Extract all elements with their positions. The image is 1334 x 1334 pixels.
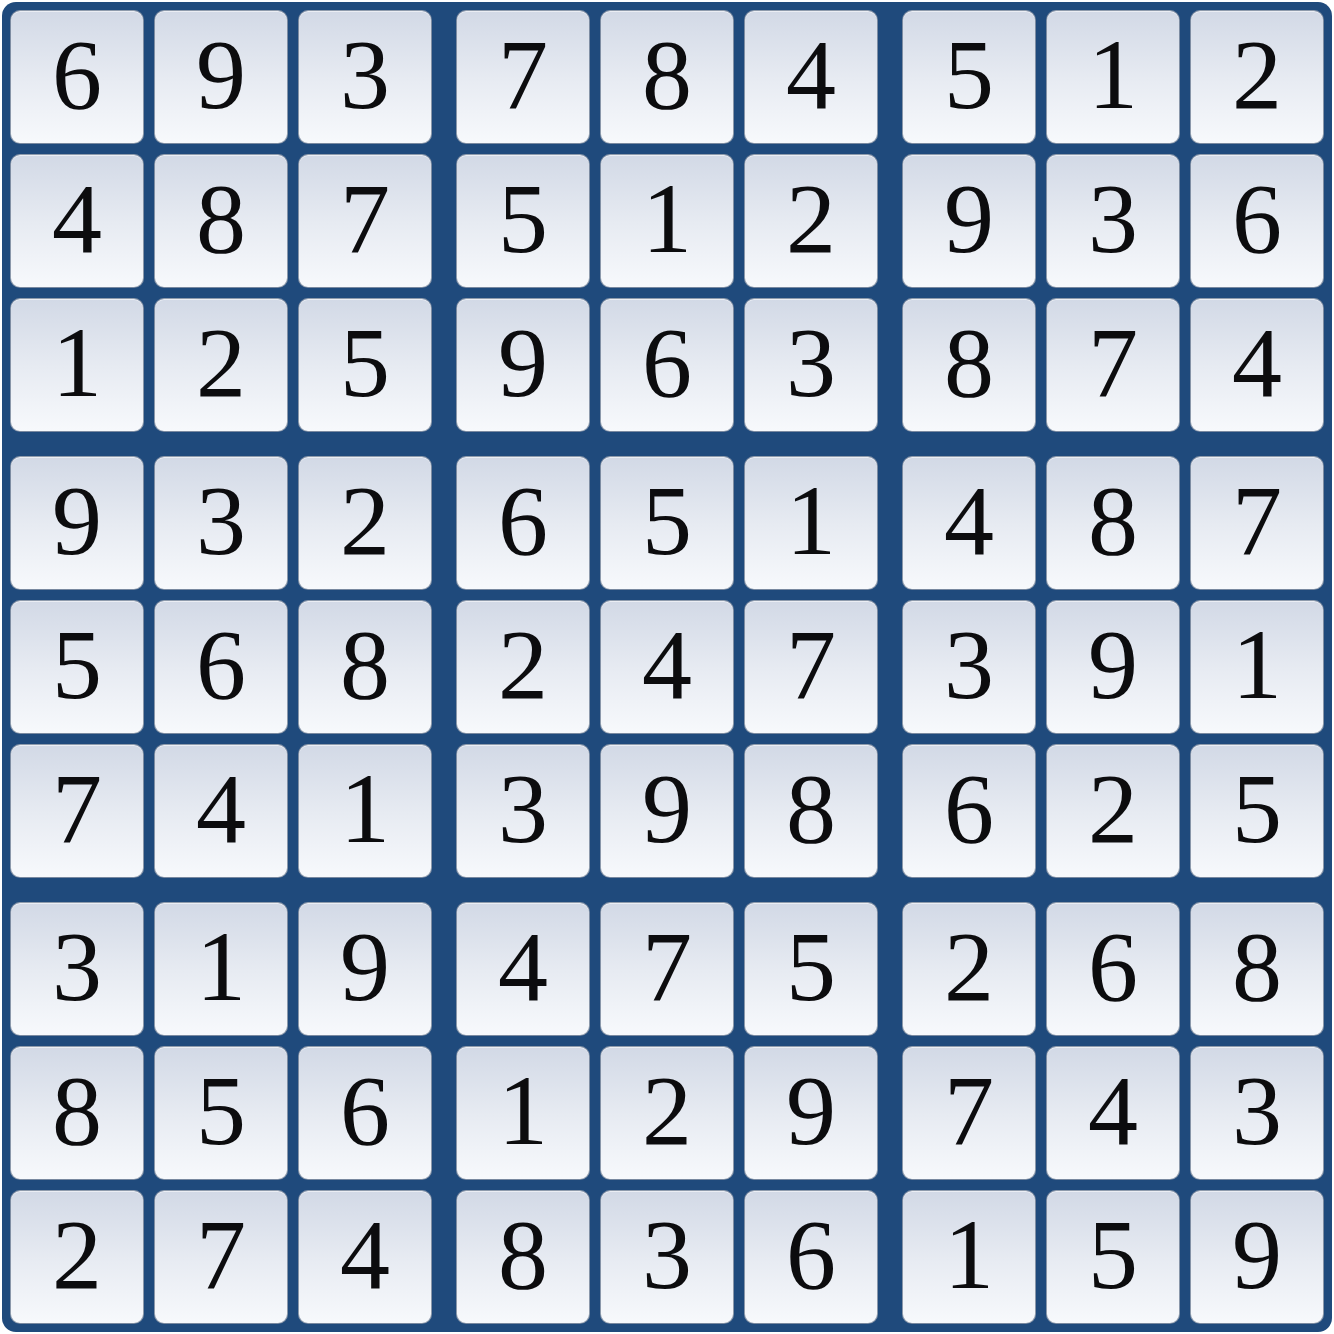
cell-r5c5[interactable]: 4 [600, 600, 734, 734]
cell-r7c4[interactable]: 4 [456, 902, 590, 1036]
cell-r2c2[interactable]: 8 [154, 154, 288, 288]
cell-r6c4[interactable]: 3 [456, 744, 590, 878]
cell-r5c8[interactable]: 9 [1046, 600, 1180, 734]
cell-digit: 9 [786, 1061, 836, 1161]
cell-digit: 5 [196, 1061, 246, 1161]
cell-r5c6[interactable]: 7 [744, 600, 878, 734]
cell-digit: 6 [944, 759, 994, 859]
cell-r8c4[interactable]: 1 [456, 1046, 590, 1180]
cell-r6c8[interactable]: 2 [1046, 744, 1180, 878]
cell-digit: 6 [340, 1061, 390, 1161]
cell-r8c1[interactable]: 8 [10, 1046, 144, 1180]
cell-r6c7[interactable]: 6 [902, 744, 1036, 878]
cell-digit: 2 [1232, 25, 1282, 125]
cell-r4c5[interactable]: 5 [600, 456, 734, 590]
cell-digit: 4 [1232, 313, 1282, 413]
cell-r8c9[interactable]: 3 [1190, 1046, 1324, 1180]
cell-r3c5[interactable]: 6 [600, 298, 734, 432]
cell-digit: 9 [1232, 1205, 1282, 1305]
cell-digit: 8 [196, 169, 246, 269]
sudoku-board: 6937845124875129361259638749326514875682… [2, 2, 1332, 1332]
cell-digit: 1 [196, 917, 246, 1017]
cell-r1c2[interactable]: 9 [154, 10, 288, 144]
cell-digit: 5 [52, 615, 102, 715]
cell-digit: 4 [340, 1205, 390, 1305]
cell-r9c2[interactable]: 7 [154, 1190, 288, 1324]
cell-digit: 3 [196, 471, 246, 571]
cell-digit: 3 [1088, 169, 1138, 269]
cell-r3c8[interactable]: 7 [1046, 298, 1180, 432]
cell-r5c2[interactable]: 6 [154, 600, 288, 734]
cell-r9c7[interactable]: 1 [902, 1190, 1036, 1324]
cell-digit: 6 [498, 471, 548, 571]
cell-r1c8[interactable]: 1 [1046, 10, 1180, 144]
cell-digit: 1 [498, 1061, 548, 1161]
cell-digit: 3 [340, 25, 390, 125]
cell-digit: 9 [642, 759, 692, 859]
cell-r4c4[interactable]: 6 [456, 456, 590, 590]
cell-digit: 2 [340, 471, 390, 571]
cell-r8c6[interactable]: 9 [744, 1046, 878, 1180]
cell-r5c7[interactable]: 3 [902, 600, 1036, 734]
cell-digit: 8 [1232, 917, 1282, 1017]
cell-r8c5[interactable]: 2 [600, 1046, 734, 1180]
cell-digit: 4 [786, 25, 836, 125]
cell-r2c9[interactable]: 6 [1190, 154, 1324, 288]
cell-digit: 1 [944, 1205, 994, 1305]
cell-r9c8[interactable]: 5 [1046, 1190, 1180, 1324]
cell-r7c5[interactable]: 7 [600, 902, 734, 1036]
cell-r9c4[interactable]: 8 [456, 1190, 590, 1324]
cell-digit: 9 [1088, 615, 1138, 715]
cell-r8c8[interactable]: 4 [1046, 1046, 1180, 1180]
cell-digit: 9 [498, 313, 548, 413]
cell-r2c4[interactable]: 5 [456, 154, 590, 288]
cell-digit: 3 [786, 313, 836, 413]
cell-r3c2[interactable]: 2 [154, 298, 288, 432]
cell-digit: 7 [340, 169, 390, 269]
cell-digit: 6 [1232, 169, 1282, 269]
cell-digit: 4 [1088, 1061, 1138, 1161]
cell-digit: 5 [340, 313, 390, 413]
cell-digit: 6 [52, 25, 102, 125]
cell-digit: 5 [1088, 1205, 1138, 1305]
cell-r1c6[interactable]: 4 [744, 10, 878, 144]
cell-digit: 2 [786, 169, 836, 269]
cell-digit: 5 [944, 25, 994, 125]
cell-r3c1[interactable]: 1 [10, 298, 144, 432]
cell-digit: 9 [52, 471, 102, 571]
cell-digit: 7 [498, 25, 548, 125]
cell-digit: 4 [642, 615, 692, 715]
cell-digit: 4 [196, 759, 246, 859]
cell-digit: 4 [52, 169, 102, 269]
cell-r5c4[interactable]: 2 [456, 600, 590, 734]
cell-r2c1[interactable]: 4 [10, 154, 144, 288]
cell-digit: 9 [944, 169, 994, 269]
cell-digit: 3 [52, 917, 102, 1017]
cell-digit: 7 [642, 917, 692, 1017]
cell-digit: 8 [944, 313, 994, 413]
cell-r5c9[interactable]: 1 [1190, 600, 1324, 734]
cell-digit: 6 [1088, 917, 1138, 1017]
cell-digit: 5 [786, 917, 836, 1017]
cell-r4c3[interactable]: 2 [298, 456, 432, 590]
cell-r1c1[interactable]: 6 [10, 10, 144, 144]
cell-digit: 2 [642, 1061, 692, 1161]
cell-r6c9[interactable]: 5 [1190, 744, 1324, 878]
cell-digit: 4 [498, 917, 548, 1017]
cell-digit: 3 [498, 759, 548, 859]
cell-digit: 2 [944, 917, 994, 1017]
cell-r2c7[interactable]: 9 [902, 154, 1036, 288]
cell-r8c3[interactable]: 6 [298, 1046, 432, 1180]
cell-digit: 8 [52, 1061, 102, 1161]
cell-digit: 2 [52, 1205, 102, 1305]
cell-digit: 4 [944, 471, 994, 571]
cell-digit: 6 [196, 615, 246, 715]
cell-digit: 8 [340, 615, 390, 715]
cell-digit: 7 [944, 1061, 994, 1161]
cell-r3c9[interactable]: 4 [1190, 298, 1324, 432]
cell-r4c9[interactable]: 7 [1190, 456, 1324, 590]
cell-r7c8[interactable]: 6 [1046, 902, 1180, 1036]
cell-r7c2[interactable]: 1 [154, 902, 288, 1036]
cell-r1c3[interactable]: 3 [298, 10, 432, 144]
cell-digit: 6 [642, 313, 692, 413]
cell-digit: 1 [786, 471, 836, 571]
cell-r9c3[interactable]: 4 [298, 1190, 432, 1324]
cell-digit: 1 [52, 313, 102, 413]
cell-r3c7[interactable]: 8 [902, 298, 1036, 432]
cell-digit: 2 [498, 615, 548, 715]
cell-digit: 9 [196, 25, 246, 125]
cell-digit: 1 [1232, 615, 1282, 715]
cell-digit: 5 [498, 169, 548, 269]
cell-r5c1[interactable]: 5 [10, 600, 144, 734]
cell-r4c1[interactable]: 9 [10, 456, 144, 590]
cell-r4c8[interactable]: 8 [1046, 456, 1180, 590]
cell-r7c9[interactable]: 8 [1190, 902, 1324, 1036]
cell-r7c3[interactable]: 9 [298, 902, 432, 1036]
cell-digit: 3 [944, 615, 994, 715]
cell-r9c1[interactable]: 2 [10, 1190, 144, 1324]
cell-r3c6[interactable]: 3 [744, 298, 878, 432]
cell-r2c3[interactable]: 7 [298, 154, 432, 288]
cell-digit: 7 [52, 759, 102, 859]
cell-digit: 8 [1088, 471, 1138, 571]
cell-r6c3[interactable]: 1 [298, 744, 432, 878]
cell-r8c7[interactable]: 7 [902, 1046, 1036, 1180]
cell-r2c5[interactable]: 1 [600, 154, 734, 288]
cell-digit: 2 [1088, 759, 1138, 859]
cell-r9c5[interactable]: 3 [600, 1190, 734, 1324]
cell-digit: 3 [1232, 1061, 1282, 1161]
cell-digit: 5 [1232, 759, 1282, 859]
cell-digit: 8 [498, 1205, 548, 1305]
cell-r1c7[interactable]: 5 [902, 10, 1036, 144]
cell-r1c5[interactable]: 8 [600, 10, 734, 144]
cell-r1c4[interactable]: 7 [456, 10, 590, 144]
cell-r4c2[interactable]: 3 [154, 456, 288, 590]
cell-digit: 5 [642, 471, 692, 571]
cell-digit: 1 [1088, 25, 1138, 125]
cell-digit: 8 [642, 25, 692, 125]
cell-r6c6[interactable]: 8 [744, 744, 878, 878]
cell-r7c1[interactable]: 3 [10, 902, 144, 1036]
cell-r6c2[interactable]: 4 [154, 744, 288, 878]
cell-r2c6[interactable]: 2 [744, 154, 878, 288]
cell-r4c7[interactable]: 4 [902, 456, 1036, 590]
cell-digit: 7 [196, 1205, 246, 1305]
cell-r8c2[interactable]: 5 [154, 1046, 288, 1180]
cell-r4c6[interactable]: 1 [744, 456, 878, 590]
cell-digit: 1 [340, 759, 390, 859]
cell-digit: 7 [786, 615, 836, 715]
cell-digit: 7 [1232, 471, 1282, 571]
cell-r5c3[interactable]: 8 [298, 600, 432, 734]
cell-r9c6[interactable]: 6 [744, 1190, 878, 1324]
cell-digit: 9 [340, 917, 390, 1017]
cell-digit: 8 [786, 759, 836, 859]
cell-r9c9[interactable]: 9 [1190, 1190, 1324, 1324]
cell-r2c8[interactable]: 3 [1046, 154, 1180, 288]
cell-r6c1[interactable]: 7 [10, 744, 144, 878]
cell-r3c4[interactable]: 9 [456, 298, 590, 432]
cell-r6c5[interactable]: 9 [600, 744, 734, 878]
cell-digit: 7 [1088, 313, 1138, 413]
cell-r7c6[interactable]: 5 [744, 902, 878, 1036]
cell-digit: 1 [642, 169, 692, 269]
cell-digit: 2 [196, 313, 246, 413]
cell-digit: 3 [642, 1205, 692, 1305]
cell-r7c7[interactable]: 2 [902, 902, 1036, 1036]
cell-r1c9[interactable]: 2 [1190, 10, 1324, 144]
cell-r3c3[interactable]: 5 [298, 298, 432, 432]
cell-digit: 6 [786, 1205, 836, 1305]
